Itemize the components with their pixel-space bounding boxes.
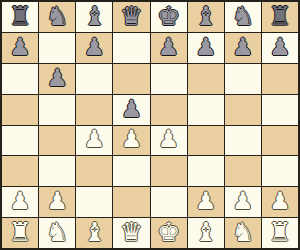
square-g3[interactable]: [225, 156, 261, 186]
piece-white-pawn[interactable]: ♟: [158, 127, 180, 151]
piece-black-pawn[interactable]: ♟: [195, 35, 217, 59]
piece-black-pawn[interactable]: ♟: [269, 35, 291, 59]
square-f1[interactable]: ♝: [188, 218, 224, 248]
piece-black-pawn[interactable]: ♟: [121, 97, 143, 121]
square-d3[interactable]: [113, 156, 149, 186]
piece-white-knight[interactable]: ♞: [46, 219, 69, 245]
square-a2[interactable]: ♟: [2, 187, 38, 217]
square-g5[interactable]: [225, 95, 261, 125]
square-h6[interactable]: [262, 64, 298, 94]
square-e1[interactable]: ♚: [151, 218, 187, 248]
chess-board: ♜♞♝♛♚♝♞♜♟♟♟♟♟♟♟♟♟♟♟♟♟♟♟♟♜♞♝♛♚♝♞♜: [0, 0, 300, 250]
piece-white-pawn[interactable]: ♟: [84, 127, 106, 151]
square-g8[interactable]: ♞: [225, 2, 261, 32]
square-b6[interactable]: ♟: [39, 64, 75, 94]
square-b8[interactable]: ♞: [39, 2, 75, 32]
piece-white-queen[interactable]: ♛: [120, 219, 143, 245]
square-h1[interactable]: ♜: [262, 218, 298, 248]
square-a6[interactable]: [2, 64, 38, 94]
piece-black-rook[interactable]: ♜: [268, 3, 291, 29]
piece-black-bishop[interactable]: ♝: [83, 3, 106, 29]
square-f8[interactable]: ♝: [188, 2, 224, 32]
square-f6[interactable]: [188, 64, 224, 94]
square-g2[interactable]: ♟: [225, 187, 261, 217]
piece-white-rook[interactable]: ♜: [268, 219, 291, 245]
piece-black-knight[interactable]: ♞: [231, 3, 254, 29]
piece-black-bishop[interactable]: ♝: [194, 3, 217, 29]
square-a5[interactable]: [2, 95, 38, 125]
square-d5[interactable]: ♟: [113, 95, 149, 125]
square-b2[interactable]: ♟: [39, 187, 75, 217]
square-a3[interactable]: [2, 156, 38, 186]
square-e3[interactable]: [151, 156, 187, 186]
piece-white-pawn[interactable]: ♟: [195, 189, 217, 213]
square-g6[interactable]: [225, 64, 261, 94]
piece-white-pawn[interactable]: ♟: [232, 189, 254, 213]
square-d1[interactable]: ♛: [113, 218, 149, 248]
piece-black-pawn[interactable]: ♟: [232, 35, 254, 59]
piece-black-pawn[interactable]: ♟: [46, 66, 68, 90]
square-e4[interactable]: ♟: [151, 126, 187, 156]
piece-white-bishop[interactable]: ♝: [194, 219, 217, 245]
square-c8[interactable]: ♝: [76, 2, 112, 32]
piece-black-pawn[interactable]: ♟: [84, 35, 106, 59]
piece-white-king[interactable]: ♚: [157, 219, 180, 245]
square-c6[interactable]: [76, 64, 112, 94]
square-c4[interactable]: ♟: [76, 126, 112, 156]
square-c1[interactable]: ♝: [76, 218, 112, 248]
square-g1[interactable]: ♞: [225, 218, 261, 248]
piece-black-queen[interactable]: ♛: [120, 3, 143, 29]
square-f2[interactable]: ♟: [188, 187, 224, 217]
square-a1[interactable]: ♜: [2, 218, 38, 248]
square-g7[interactable]: ♟: [225, 33, 261, 63]
piece-white-pawn[interactable]: ♟: [121, 127, 143, 151]
square-b5[interactable]: [39, 95, 75, 125]
piece-white-bishop[interactable]: ♝: [83, 219, 106, 245]
piece-black-knight[interactable]: ♞: [46, 3, 69, 29]
piece-white-pawn[interactable]: ♟: [9, 189, 31, 213]
piece-white-pawn[interactable]: ♟: [269, 189, 291, 213]
square-d8[interactable]: ♛: [113, 2, 149, 32]
square-a7[interactable]: ♟: [2, 33, 38, 63]
square-d6[interactable]: [113, 64, 149, 94]
square-b3[interactable]: [39, 156, 75, 186]
square-d4[interactable]: ♟: [113, 126, 149, 156]
square-h5[interactable]: [262, 95, 298, 125]
square-b1[interactable]: ♞: [39, 218, 75, 248]
square-c2[interactable]: [76, 187, 112, 217]
square-b4[interactable]: [39, 126, 75, 156]
square-h4[interactable]: [262, 126, 298, 156]
square-c3[interactable]: [76, 156, 112, 186]
piece-black-pawn[interactable]: ♟: [9, 35, 31, 59]
square-f4[interactable]: [188, 126, 224, 156]
piece-black-rook[interactable]: ♜: [8, 3, 31, 29]
piece-white-pawn[interactable]: ♟: [46, 189, 68, 213]
square-h2[interactable]: ♟: [262, 187, 298, 217]
square-a4[interactable]: [2, 126, 38, 156]
square-c5[interactable]: [76, 95, 112, 125]
square-f5[interactable]: [188, 95, 224, 125]
square-e6[interactable]: [151, 64, 187, 94]
square-h3[interactable]: [262, 156, 298, 186]
square-d2[interactable]: [113, 187, 149, 217]
square-e8[interactable]: ♚: [151, 2, 187, 32]
square-h8[interactable]: ♜: [262, 2, 298, 32]
square-h7[interactable]: ♟: [262, 33, 298, 63]
square-e7[interactable]: ♟: [151, 33, 187, 63]
square-c7[interactable]: ♟: [76, 33, 112, 63]
piece-black-pawn[interactable]: ♟: [158, 35, 180, 59]
square-e2[interactable]: [151, 187, 187, 217]
square-f7[interactable]: ♟: [188, 33, 224, 63]
piece-black-king[interactable]: ♚: [157, 3, 180, 29]
square-a8[interactable]: ♜: [2, 2, 38, 32]
square-g4[interactable]: [225, 126, 261, 156]
square-f3[interactable]: [188, 156, 224, 186]
square-d7[interactable]: [113, 33, 149, 63]
piece-white-rook[interactable]: ♜: [8, 219, 31, 245]
square-b7[interactable]: [39, 33, 75, 63]
square-e5[interactable]: [151, 95, 187, 125]
piece-white-knight[interactable]: ♞: [231, 219, 254, 245]
